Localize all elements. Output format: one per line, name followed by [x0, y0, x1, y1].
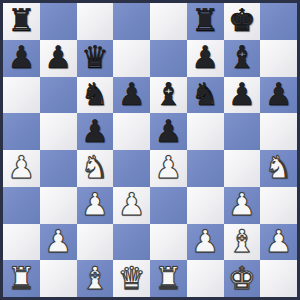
square-d5[interactable] — [113, 113, 150, 150]
piece-black-pawn[interactable]: ♟ — [265, 77, 293, 112]
piece-black-pawn[interactable]: ♟ — [118, 77, 146, 112]
square-f6[interactable]: ♞ — [187, 77, 224, 114]
square-h3[interactable] — [260, 187, 297, 224]
square-f5[interactable] — [187, 113, 224, 150]
square-e2[interactable] — [150, 224, 187, 261]
piece-black-bishop[interactable]: ♝ — [228, 40, 256, 75]
square-g2[interactable]: ♝ — [224, 224, 261, 261]
square-c7[interactable]: ♛ — [77, 40, 114, 77]
square-a7[interactable]: ♟ — [3, 40, 40, 77]
piece-black-pawn[interactable]: ♟ — [44, 40, 72, 75]
square-a4[interactable]: ♟ — [3, 150, 40, 187]
piece-white-rook[interactable]: ♜ — [154, 260, 182, 295]
piece-black-pawn[interactable]: ♟ — [191, 40, 219, 75]
piece-black-pawn[interactable]: ♟ — [7, 40, 35, 75]
piece-white-pawn[interactable]: ♟ — [81, 187, 109, 222]
square-c6[interactable]: ♞ — [77, 77, 114, 114]
square-g1[interactable]: ♚ — [224, 260, 261, 297]
square-h8[interactable] — [260, 3, 297, 40]
square-e6[interactable]: ♝ — [150, 77, 187, 114]
square-f3[interactable] — [187, 187, 224, 224]
square-f8[interactable]: ♜ — [187, 3, 224, 40]
piece-black-pawn[interactable]: ♟ — [154, 113, 182, 148]
piece-black-knight[interactable]: ♞ — [191, 77, 219, 112]
piece-black-rook[interactable]: ♜ — [191, 3, 219, 38]
square-d8[interactable] — [113, 3, 150, 40]
piece-white-knight[interactable]: ♞ — [265, 150, 293, 185]
square-c5[interactable]: ♟ — [77, 113, 114, 150]
square-h1[interactable] — [260, 260, 297, 297]
square-g4[interactable] — [224, 150, 261, 187]
piece-white-king[interactable]: ♚ — [228, 260, 256, 295]
square-b1[interactable] — [40, 260, 77, 297]
piece-black-pawn[interactable]: ♟ — [228, 77, 256, 112]
chess-board-frame: ♜♜♚♟♟♛♟♝♞♟♝♞♟♟♟♟♟♞♟♞♟♟♟♟♟♝♟♜♝♛♜♚ — [0, 0, 300, 300]
piece-white-pawn[interactable]: ♟ — [191, 224, 219, 259]
square-g7[interactable]: ♝ — [224, 40, 261, 77]
piece-black-pawn[interactable]: ♟ — [81, 113, 109, 148]
piece-white-pawn[interactable]: ♟ — [154, 150, 182, 185]
piece-white-knight[interactable]: ♞ — [81, 150, 109, 185]
square-b8[interactable] — [40, 3, 77, 40]
square-h2[interactable]: ♟ — [260, 224, 297, 261]
square-g3[interactable]: ♟ — [224, 187, 261, 224]
piece-white-pawn[interactable]: ♟ — [7, 150, 35, 185]
piece-white-bishop[interactable]: ♝ — [228, 224, 256, 259]
piece-white-pawn[interactable]: ♟ — [228, 187, 256, 222]
piece-white-queen[interactable]: ♛ — [118, 260, 146, 295]
square-e5[interactable]: ♟ — [150, 113, 187, 150]
square-b6[interactable] — [40, 77, 77, 114]
square-d7[interactable] — [113, 40, 150, 77]
square-b4[interactable] — [40, 150, 77, 187]
square-b7[interactable]: ♟ — [40, 40, 77, 77]
piece-white-rook[interactable]: ♜ — [7, 260, 35, 295]
square-c2[interactable] — [77, 224, 114, 261]
piece-black-queen[interactable]: ♛ — [81, 40, 109, 75]
square-d6[interactable]: ♟ — [113, 77, 150, 114]
square-b2[interactable]: ♟ — [40, 224, 77, 261]
square-d2[interactable] — [113, 224, 150, 261]
square-a1[interactable]: ♜ — [3, 260, 40, 297]
square-c3[interactable]: ♟ — [77, 187, 114, 224]
square-a2[interactable] — [3, 224, 40, 261]
square-d4[interactable] — [113, 150, 150, 187]
square-f1[interactable] — [187, 260, 224, 297]
square-f2[interactable]: ♟ — [187, 224, 224, 261]
square-f4[interactable] — [187, 150, 224, 187]
square-h5[interactable] — [260, 113, 297, 150]
piece-white-bishop[interactable]: ♝ — [81, 260, 109, 295]
square-e1[interactable]: ♜ — [150, 260, 187, 297]
square-c1[interactable]: ♝ — [77, 260, 114, 297]
square-h6[interactable]: ♟ — [260, 77, 297, 114]
piece-white-pawn[interactable]: ♟ — [118, 187, 146, 222]
square-h7[interactable] — [260, 40, 297, 77]
square-e8[interactable] — [150, 3, 187, 40]
square-b3[interactable] — [40, 187, 77, 224]
square-d3[interactable]: ♟ — [113, 187, 150, 224]
piece-black-bishop[interactable]: ♝ — [154, 77, 182, 112]
square-f7[interactable]: ♟ — [187, 40, 224, 77]
piece-white-pawn[interactable]: ♟ — [265, 224, 293, 259]
square-a5[interactable] — [3, 113, 40, 150]
square-e7[interactable] — [150, 40, 187, 77]
piece-black-king[interactable]: ♚ — [228, 3, 256, 38]
square-h4[interactable]: ♞ — [260, 150, 297, 187]
square-g6[interactable]: ♟ — [224, 77, 261, 114]
square-e4[interactable]: ♟ — [150, 150, 187, 187]
square-c8[interactable] — [77, 3, 114, 40]
piece-white-pawn[interactable]: ♟ — [44, 224, 72, 259]
square-a6[interactable] — [3, 77, 40, 114]
square-b5[interactable] — [40, 113, 77, 150]
square-g8[interactable]: ♚ — [224, 3, 261, 40]
piece-black-knight[interactable]: ♞ — [81, 77, 109, 112]
piece-black-rook[interactable]: ♜ — [7, 3, 35, 38]
square-a8[interactable]: ♜ — [3, 3, 40, 40]
chess-board: ♜♜♚♟♟♛♟♝♞♟♝♞♟♟♟♟♟♞♟♞♟♟♟♟♟♝♟♜♝♛♜♚ — [3, 3, 297, 297]
square-a3[interactable] — [3, 187, 40, 224]
square-c4[interactable]: ♞ — [77, 150, 114, 187]
square-e3[interactable] — [150, 187, 187, 224]
square-g5[interactable] — [224, 113, 261, 150]
square-d1[interactable]: ♛ — [113, 260, 150, 297]
